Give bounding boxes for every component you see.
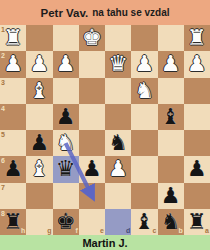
- piece-wQ-d2[interactable]: ♛: [105, 51, 131, 77]
- square-h4[interactable]: 4: [0, 104, 26, 130]
- square-g6[interactable]: ♝: [26, 156, 52, 182]
- square-b3[interactable]: [158, 78, 184, 104]
- square-f2[interactable]: ♟: [53, 51, 79, 77]
- square-f6[interactable]: ♛: [53, 156, 79, 182]
- rank-label-4: 4: [1, 105, 5, 112]
- rank-label-5: 5: [1, 131, 5, 138]
- square-a3[interactable]: [184, 78, 210, 104]
- piece-wN-f5[interactable]: ♞: [53, 130, 79, 156]
- square-g3[interactable]: ♝: [26, 78, 52, 104]
- square-d5[interactable]: ♞: [105, 130, 131, 156]
- square-d3[interactable]: [105, 78, 131, 104]
- square-b4[interactable]: ♝: [158, 104, 184, 130]
- piece-wP-g2[interactable]: ♟: [26, 51, 52, 77]
- square-f8[interactable]: f♚: [53, 209, 79, 235]
- rank-label-3: 3: [1, 79, 5, 86]
- piece-wP-f2[interactable]: ♟: [53, 51, 79, 77]
- square-b2[interactable]: ♟: [158, 51, 184, 77]
- piece-wB-g6[interactable]: ♝: [26, 156, 52, 182]
- square-a5[interactable]: [184, 130, 210, 156]
- rank-label-8: 8: [1, 210, 5, 217]
- piece-bB-b4[interactable]: ♝: [158, 104, 184, 130]
- square-e3[interactable]: [79, 78, 105, 104]
- file-label-g: g: [47, 227, 51, 234]
- square-d8[interactable]: d: [105, 209, 131, 235]
- square-g2[interactable]: ♟: [26, 51, 52, 77]
- square-d1[interactable]: [105, 25, 131, 51]
- rank-label-6: 6: [1, 157, 5, 164]
- square-f4[interactable]: ♟: [53, 104, 79, 130]
- square-e6[interactable]: ♟: [79, 156, 105, 182]
- square-h1[interactable]: 1♜: [0, 25, 26, 51]
- square-h3[interactable]: 3: [0, 78, 26, 104]
- piece-wP-c2[interactable]: ♟: [131, 51, 157, 77]
- square-f3[interactable]: [53, 78, 79, 104]
- square-e7[interactable]: [79, 183, 105, 209]
- square-h7[interactable]: 7: [0, 183, 26, 209]
- square-g4[interactable]: [26, 104, 52, 130]
- square-g8[interactable]: g: [26, 209, 52, 235]
- square-f1[interactable]: [53, 25, 79, 51]
- board-area: 1♜♚♜2♟♟♟♛♟♟♟3♝♞4♟♝5♟♞♞6♟♝♛♟♟♟7♟8h♜gf♚edc…: [0, 25, 210, 235]
- square-d6[interactable]: ♟: [105, 156, 131, 182]
- file-label-b: b: [178, 227, 182, 234]
- square-h6[interactable]: 6♟: [0, 156, 26, 182]
- piece-wB-g3[interactable]: ♝: [26, 78, 52, 104]
- square-b8[interactable]: b♞: [158, 209, 184, 235]
- piece-wR-a1[interactable]: ♜: [184, 25, 210, 51]
- piece-wN-c3[interactable]: ♞: [131, 78, 157, 104]
- square-b5[interactable]: [158, 130, 184, 156]
- square-a1[interactable]: ♜: [184, 25, 210, 51]
- rank-label-2: 2: [1, 52, 5, 59]
- file-label-e: e: [100, 227, 104, 234]
- player-bottom-bar: Martin J.: [0, 235, 210, 250]
- file-label-d: d: [126, 227, 130, 234]
- square-g1[interactable]: [26, 25, 52, 51]
- piece-wP-d6[interactable]: ♟: [105, 156, 131, 182]
- square-h5[interactable]: 5: [0, 130, 26, 156]
- piece-bP-b7[interactable]: ♟: [158, 183, 184, 209]
- piece-bQ-f6[interactable]: ♛: [53, 156, 79, 182]
- square-h2[interactable]: 2♟: [0, 51, 26, 77]
- chess-board: 1♜♚♜2♟♟♟♛♟♟♟3♝♞4♟♝5♟♞♞6♟♝♛♟♟♟7♟8h♜gf♚edc…: [0, 25, 210, 235]
- square-c3[interactable]: ♞: [131, 78, 157, 104]
- piece-wK-e1[interactable]: ♚: [79, 25, 105, 51]
- rank-label-1: 1: [1, 26, 5, 33]
- square-e5[interactable]: [79, 130, 105, 156]
- top-player-status: na tahu se vzdal: [92, 7, 169, 18]
- piece-bP-e6[interactable]: ♟: [79, 156, 105, 182]
- square-e8[interactable]: e: [79, 209, 105, 235]
- square-c2[interactable]: ♟: [131, 51, 157, 77]
- square-b6[interactable]: [158, 156, 184, 182]
- bottom-player-name: Martin J.: [82, 237, 127, 249]
- square-c6[interactable]: [131, 156, 157, 182]
- square-e2[interactable]: [79, 51, 105, 77]
- square-b7[interactable]: ♟: [158, 183, 184, 209]
- file-label-c: c: [153, 227, 157, 234]
- file-label-f: f: [75, 227, 77, 234]
- square-a4[interactable]: [184, 104, 210, 130]
- square-c8[interactable]: c♝: [131, 209, 157, 235]
- square-c4[interactable]: [131, 104, 157, 130]
- piece-bP-g5[interactable]: ♟: [26, 130, 52, 156]
- piece-bP-f4[interactable]: ♟: [53, 104, 79, 130]
- piece-bN-d5[interactable]: ♞: [105, 130, 131, 156]
- square-d2[interactable]: ♛: [105, 51, 131, 77]
- square-a7[interactable]: [184, 183, 210, 209]
- square-g7[interactable]: [26, 183, 52, 209]
- file-label-a: a: [205, 227, 209, 234]
- file-label-h: h: [21, 227, 25, 234]
- square-d7[interactable]: [105, 183, 131, 209]
- chess-app-window: Petr Vav. na tahu se vzdal 1♜♚♜2♟♟♟♛♟♟♟3…: [0, 0, 210, 250]
- square-f7[interactable]: [53, 183, 79, 209]
- square-e4[interactable]: [79, 104, 105, 130]
- piece-wP-b2[interactable]: ♟: [158, 51, 184, 77]
- player-top-bar: Petr Vav. na tahu se vzdal: [0, 0, 210, 25]
- square-h8[interactable]: 8h♜: [0, 209, 26, 235]
- square-f5[interactable]: ♞: [53, 130, 79, 156]
- square-d4[interactable]: [105, 104, 131, 130]
- piece-wP-a2[interactable]: ♟: [184, 51, 210, 77]
- square-a2[interactable]: ♟: [184, 51, 210, 77]
- square-e1[interactable]: ♚: [79, 25, 105, 51]
- square-c7[interactable]: [131, 183, 157, 209]
- square-b1[interactable]: [158, 25, 184, 51]
- square-a8[interactable]: a♜: [184, 209, 210, 235]
- piece-bP-a6[interactable]: ♟: [184, 156, 210, 182]
- square-c1[interactable]: [131, 25, 157, 51]
- square-a6[interactable]: ♟: [184, 156, 210, 182]
- square-c5[interactable]: [131, 130, 157, 156]
- square-g5[interactable]: ♟: [26, 130, 52, 156]
- top-player-name: Petr Vav.: [41, 7, 89, 19]
- rank-label-7: 7: [1, 184, 5, 191]
